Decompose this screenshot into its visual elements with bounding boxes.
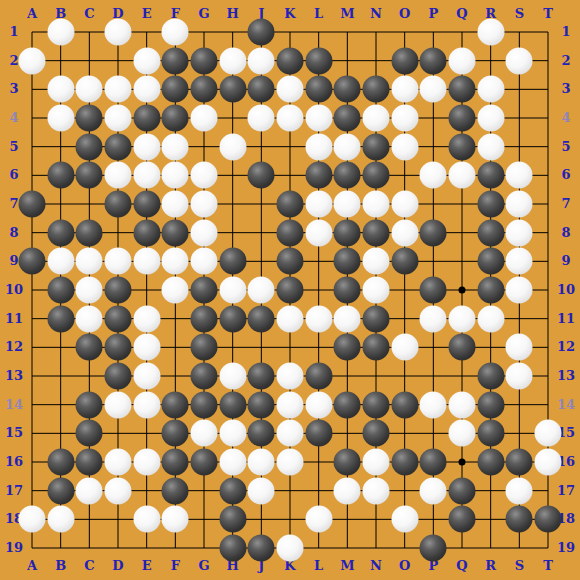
black-stone-J6: ● [248, 162, 275, 189]
row-label-left-17: 17 [2, 483, 26, 499]
white-stone-N4: ○ [363, 105, 390, 132]
white-stone-G4: ○ [191, 105, 218, 132]
row-label-left-5: 5 [2, 139, 26, 155]
col-label-top-L: L [307, 6, 331, 22]
white-stone-E18: ○ [133, 506, 160, 533]
black-stone-F16: ● [162, 449, 189, 476]
black-stone-M6: ● [334, 162, 361, 189]
col-label-top-E: E [135, 6, 159, 22]
black-stone-P8: ● [420, 219, 447, 246]
white-stone-S9: ○ [506, 248, 533, 275]
row-label-right-17: 17 [554, 483, 578, 499]
white-stone-J17: ○ [248, 477, 275, 504]
white-stone-L18: ○ [305, 506, 332, 533]
black-stone-H19: ● [219, 535, 246, 562]
black-stone-B11: ● [47, 305, 74, 332]
star-point-Q16 [459, 459, 466, 466]
white-stone-C11: ○ [76, 305, 103, 332]
black-stone-H18: ● [219, 506, 246, 533]
white-stone-D6: ○ [105, 162, 132, 189]
black-stone-R15: ● [477, 420, 504, 447]
row-label-right-3: 3 [554, 81, 578, 97]
col-label-bottom-Q: Q [450, 558, 474, 574]
black-stone-M14: ● [334, 391, 361, 418]
black-stone-B8: ● [47, 219, 74, 246]
white-stone-O4: ○ [391, 105, 418, 132]
black-stone-J1: ● [248, 19, 275, 46]
star-point-Q10 [459, 287, 466, 294]
black-stone-F2: ● [162, 47, 189, 74]
black-stone-A7: ● [19, 191, 46, 218]
col-label-top-K: K [278, 6, 302, 22]
white-stone-A2: ○ [19, 47, 46, 74]
black-stone-N11: ● [363, 305, 390, 332]
row-label-right-4: 4 [554, 110, 578, 126]
black-stone-M4: ● [334, 105, 361, 132]
black-stone-D13: ● [105, 363, 132, 390]
black-stone-F8: ● [162, 219, 189, 246]
white-stone-G15: ○ [191, 420, 218, 447]
black-stone-J19: ● [248, 535, 275, 562]
white-stone-D9: ○ [105, 248, 132, 275]
white-stone-B18: ○ [47, 506, 74, 533]
black-stone-O14: ● [391, 391, 418, 418]
black-stone-L13: ● [305, 363, 332, 390]
black-stone-D12: ● [105, 334, 132, 361]
white-stone-K3: ○ [277, 76, 304, 103]
white-stone-E3: ○ [133, 76, 160, 103]
white-stone-A18: ○ [19, 506, 46, 533]
col-label-top-M: M [335, 6, 359, 22]
white-stone-H5: ○ [219, 133, 246, 160]
black-stone-K10: ● [277, 277, 304, 304]
white-stone-K15: ○ [277, 420, 304, 447]
row-label-left-19: 19 [2, 540, 26, 556]
black-stone-R7: ● [477, 191, 504, 218]
white-stone-R5: ○ [477, 133, 504, 160]
black-stone-G2: ● [191, 47, 218, 74]
col-label-bottom-E: E [135, 558, 159, 574]
black-stone-N5: ● [363, 133, 390, 160]
col-label-bottom-B: B [49, 558, 73, 574]
row-label-right-12: 12 [554, 339, 578, 355]
white-stone-J10: ○ [248, 277, 275, 304]
row-label-left-13: 13 [2, 368, 26, 384]
white-stone-K11: ○ [277, 305, 304, 332]
white-stone-S12: ○ [506, 334, 533, 361]
white-stone-H16: ○ [219, 449, 246, 476]
row-label-left-12: 12 [2, 339, 26, 355]
white-stone-K14: ○ [277, 391, 304, 418]
black-stone-B17: ● [47, 477, 74, 504]
black-stone-K7: ● [277, 191, 304, 218]
white-stone-G9: ○ [191, 248, 218, 275]
white-stone-N7: ○ [363, 191, 390, 218]
black-stone-L2: ● [305, 47, 332, 74]
black-stone-H9: ● [219, 248, 246, 275]
black-stone-B10: ● [47, 277, 74, 304]
white-stone-R4: ○ [477, 105, 504, 132]
white-stone-S6: ○ [506, 162, 533, 189]
white-stone-E9: ○ [133, 248, 160, 275]
white-stone-F7: ○ [162, 191, 189, 218]
black-stone-Q4: ● [449, 105, 476, 132]
col-label-bottom-A: A [20, 558, 44, 574]
black-stone-L6: ● [305, 162, 332, 189]
col-label-top-P: P [421, 6, 445, 22]
white-stone-N16: ○ [363, 449, 390, 476]
row-label-right-6: 6 [554, 167, 578, 183]
white-stone-Q14: ○ [449, 391, 476, 418]
black-stone-M10: ● [334, 277, 361, 304]
black-stone-A9: ● [19, 248, 46, 275]
white-stone-E5: ○ [133, 133, 160, 160]
black-stone-F15: ● [162, 420, 189, 447]
black-stone-T18: ● [535, 506, 562, 533]
white-stone-C10: ○ [76, 277, 103, 304]
white-stone-F10: ○ [162, 277, 189, 304]
black-stone-H11: ● [219, 305, 246, 332]
black-stone-D5: ● [105, 133, 132, 160]
col-label-bottom-T: T [536, 558, 560, 574]
white-stone-D14: ○ [105, 391, 132, 418]
black-stone-P10: ● [420, 277, 447, 304]
black-stone-D11: ● [105, 305, 132, 332]
white-stone-M7: ○ [334, 191, 361, 218]
black-stone-R16: ● [477, 449, 504, 476]
black-stone-G12: ● [191, 334, 218, 361]
white-stone-L5: ○ [305, 133, 332, 160]
black-stone-R9: ● [477, 248, 504, 275]
black-stone-K8: ● [277, 219, 304, 246]
white-stone-H13: ○ [219, 363, 246, 390]
white-stone-D3: ○ [105, 76, 132, 103]
row-label-right-19: 19 [554, 540, 578, 556]
black-stone-D7: ● [105, 191, 132, 218]
row-label-left-14: 14 [2, 397, 26, 413]
col-label-top-A: A [20, 6, 44, 22]
white-stone-D1: ○ [105, 19, 132, 46]
black-stone-M16: ● [334, 449, 361, 476]
white-stone-O8: ○ [391, 219, 418, 246]
row-label-right-8: 8 [554, 225, 578, 241]
row-label-left-16: 16 [2, 454, 26, 470]
white-stone-L11: ○ [305, 305, 332, 332]
white-stone-J4: ○ [248, 105, 275, 132]
row-label-right-2: 2 [554, 53, 578, 69]
col-label-bottom-C: C [77, 558, 101, 574]
black-stone-C14: ● [76, 391, 103, 418]
col-label-top-Q: Q [450, 6, 474, 22]
row-label-right-5: 5 [554, 139, 578, 155]
white-stone-R1: ○ [477, 19, 504, 46]
white-stone-M17: ○ [334, 477, 361, 504]
black-stone-N12: ● [363, 334, 390, 361]
white-stone-P3: ○ [420, 76, 447, 103]
white-stone-F6: ○ [162, 162, 189, 189]
white-stone-E12: ○ [133, 334, 160, 361]
black-stone-P2: ● [420, 47, 447, 74]
black-stone-K9: ● [277, 248, 304, 275]
col-label-bottom-O: O [393, 558, 417, 574]
white-stone-S17: ○ [506, 477, 533, 504]
white-stone-Q11: ○ [449, 305, 476, 332]
col-label-bottom-D: D [106, 558, 130, 574]
black-stone-P16: ● [420, 449, 447, 476]
black-stone-J14: ● [248, 391, 275, 418]
white-stone-F5: ○ [162, 133, 189, 160]
col-label-top-C: C [77, 6, 101, 22]
white-stone-R11: ○ [477, 305, 504, 332]
white-stone-K16: ○ [277, 449, 304, 476]
black-stone-F17: ● [162, 477, 189, 504]
col-label-bottom-L: L [307, 558, 331, 574]
row-label-left-4: 4 [2, 110, 26, 126]
row-label-right-13: 13 [554, 368, 578, 384]
black-stone-M12: ● [334, 334, 361, 361]
white-stone-O7: ○ [391, 191, 418, 218]
go-board[interactable]: AABBCCDDEEFFGGHHJJKKLLMMNNOOPPQQRRSSTT11… [0, 0, 580, 580]
white-stone-Q2: ○ [449, 47, 476, 74]
black-stone-Q17: ● [449, 477, 476, 504]
black-stone-G3: ● [191, 76, 218, 103]
row-label-left-8: 8 [2, 225, 26, 241]
col-label-bottom-R: R [479, 558, 503, 574]
white-stone-H10: ○ [219, 277, 246, 304]
black-stone-F14: ● [162, 391, 189, 418]
black-stone-N8: ● [363, 219, 390, 246]
row-label-right-11: 11 [554, 311, 578, 327]
white-stone-N17: ○ [363, 477, 390, 504]
black-stone-P19: ● [420, 535, 447, 562]
black-stone-S18: ● [506, 506, 533, 533]
row-label-left-10: 10 [2, 282, 26, 298]
row-label-left-11: 11 [2, 311, 26, 327]
black-stone-H3: ● [219, 76, 246, 103]
white-stone-G8: ○ [191, 219, 218, 246]
white-stone-K19: ○ [277, 535, 304, 562]
black-stone-Q5: ● [449, 133, 476, 160]
black-stone-F4: ● [162, 105, 189, 132]
white-stone-C3: ○ [76, 76, 103, 103]
black-stone-B6: ● [47, 162, 74, 189]
col-label-bottom-F: F [163, 558, 187, 574]
row-label-left-1: 1 [2, 24, 26, 40]
black-stone-R6: ● [477, 162, 504, 189]
white-stone-H2: ○ [219, 47, 246, 74]
white-stone-L7: ○ [305, 191, 332, 218]
black-stone-E8: ● [133, 219, 160, 246]
white-stone-B3: ○ [47, 76, 74, 103]
white-stone-F18: ○ [162, 506, 189, 533]
black-stone-S16: ● [506, 449, 533, 476]
black-stone-F3: ● [162, 76, 189, 103]
black-stone-B16: ● [47, 449, 74, 476]
white-stone-B1: ○ [47, 19, 74, 46]
white-stone-R3: ○ [477, 76, 504, 103]
white-stone-O3: ○ [391, 76, 418, 103]
black-stone-C6: ● [76, 162, 103, 189]
col-label-top-O: O [393, 6, 417, 22]
white-stone-K13: ○ [277, 363, 304, 390]
white-stone-O18: ○ [391, 506, 418, 533]
white-stone-E16: ○ [133, 449, 160, 476]
white-stone-N10: ○ [363, 277, 390, 304]
black-stone-L15: ● [305, 420, 332, 447]
black-stone-O9: ● [391, 248, 418, 275]
white-stone-L8: ○ [305, 219, 332, 246]
black-stone-J11: ● [248, 305, 275, 332]
black-stone-E4: ● [133, 105, 160, 132]
white-stone-N9: ○ [363, 248, 390, 275]
row-label-left-6: 6 [2, 167, 26, 183]
white-stone-S10: ○ [506, 277, 533, 304]
white-stone-D4: ○ [105, 105, 132, 132]
black-stone-R8: ● [477, 219, 504, 246]
black-stone-C5: ● [76, 133, 103, 160]
row-label-right-7: 7 [554, 196, 578, 212]
black-stone-C16: ● [76, 449, 103, 476]
black-stone-G10: ● [191, 277, 218, 304]
col-label-bottom-M: M [335, 558, 359, 574]
white-stone-C9: ○ [76, 248, 103, 275]
white-stone-P14: ○ [420, 391, 447, 418]
white-stone-K4: ○ [277, 105, 304, 132]
white-stone-Q15: ○ [449, 420, 476, 447]
row-label-left-3: 3 [2, 81, 26, 97]
white-stone-T16: ○ [535, 449, 562, 476]
white-stone-D17: ○ [105, 477, 132, 504]
black-stone-L3: ● [305, 76, 332, 103]
black-stone-H17: ● [219, 477, 246, 504]
black-stone-D10: ● [105, 277, 132, 304]
black-stone-K2: ● [277, 47, 304, 74]
white-stone-B9: ○ [47, 248, 74, 275]
white-stone-O12: ○ [391, 334, 418, 361]
white-stone-F1: ○ [162, 19, 189, 46]
white-stone-S2: ○ [506, 47, 533, 74]
col-label-bottom-N: N [364, 558, 388, 574]
col-label-bottom-G: G [192, 558, 216, 574]
white-stone-Q6: ○ [449, 162, 476, 189]
black-stone-J15: ● [248, 420, 275, 447]
black-stone-G11: ● [191, 305, 218, 332]
white-stone-C17: ○ [76, 477, 103, 504]
white-stone-O5: ○ [391, 133, 418, 160]
black-stone-C15: ● [76, 420, 103, 447]
black-stone-C12: ● [76, 334, 103, 361]
white-stone-M5: ○ [334, 133, 361, 160]
white-stone-S8: ○ [506, 219, 533, 246]
row-label-right-9: 9 [554, 253, 578, 269]
row-label-right-14: 14 [554, 397, 578, 413]
black-stone-R13: ● [477, 363, 504, 390]
black-stone-M8: ● [334, 219, 361, 246]
white-stone-P11: ○ [420, 305, 447, 332]
black-stone-C8: ● [76, 219, 103, 246]
white-stone-L4: ○ [305, 105, 332, 132]
col-label-top-N: N [364, 6, 388, 22]
black-stone-O16: ● [391, 449, 418, 476]
row-label-right-10: 10 [554, 282, 578, 298]
white-stone-E11: ○ [133, 305, 160, 332]
white-stone-G7: ○ [191, 191, 218, 218]
white-stone-G6: ○ [191, 162, 218, 189]
white-stone-E6: ○ [133, 162, 160, 189]
black-stone-R10: ● [477, 277, 504, 304]
black-stone-Q18: ● [449, 506, 476, 533]
black-stone-N14: ● [363, 391, 390, 418]
black-stone-O2: ● [391, 47, 418, 74]
white-stone-J2: ○ [248, 47, 275, 74]
white-stone-S13: ○ [506, 363, 533, 390]
black-stone-N15: ● [363, 420, 390, 447]
black-stone-E7: ● [133, 191, 160, 218]
black-stone-M3: ● [334, 76, 361, 103]
black-stone-Q3: ● [449, 76, 476, 103]
black-stone-Q12: ● [449, 334, 476, 361]
white-stone-E2: ○ [133, 47, 160, 74]
black-stone-J13: ● [248, 363, 275, 390]
black-stone-G13: ● [191, 363, 218, 390]
black-stone-R14: ● [477, 391, 504, 418]
white-stone-B4: ○ [47, 105, 74, 132]
col-label-bottom-S: S [507, 558, 531, 574]
white-stone-M11: ○ [334, 305, 361, 332]
black-stone-H14: ● [219, 391, 246, 418]
white-stone-H15: ○ [219, 420, 246, 447]
black-stone-N6: ● [363, 162, 390, 189]
white-stone-J16: ○ [248, 449, 275, 476]
white-stone-P17: ○ [420, 477, 447, 504]
col-label-top-G: G [192, 6, 216, 22]
white-stone-F9: ○ [162, 248, 189, 275]
white-stone-L14: ○ [305, 391, 332, 418]
row-label-right-1: 1 [554, 24, 578, 40]
black-stone-C4: ● [76, 105, 103, 132]
white-stone-D16: ○ [105, 449, 132, 476]
white-stone-S7: ○ [506, 191, 533, 218]
black-stone-M9: ● [334, 248, 361, 275]
white-stone-T15: ○ [535, 420, 562, 447]
black-stone-N3: ● [363, 76, 390, 103]
col-label-top-T: T [536, 6, 560, 22]
black-stone-G14: ● [191, 391, 218, 418]
black-stone-G16: ● [191, 449, 218, 476]
white-stone-P6: ○ [420, 162, 447, 189]
black-stone-J3: ● [248, 76, 275, 103]
row-label-left-15: 15 [2, 425, 26, 441]
col-label-top-H: H [221, 6, 245, 22]
white-stone-E14: ○ [133, 391, 160, 418]
white-stone-E13: ○ [133, 363, 160, 390]
col-label-top-S: S [507, 6, 531, 22]
